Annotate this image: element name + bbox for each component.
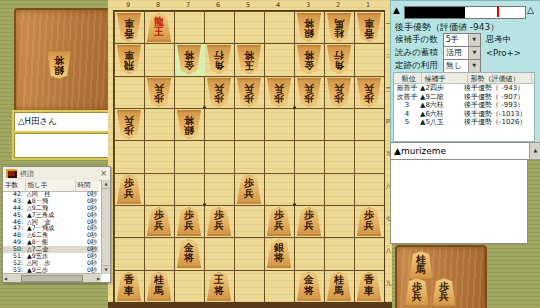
kifu-window: 棋譜 × 手数 指し手 時間 42:△同 桂0秒43:▲8一飛0秒44:△9二飛… xyxy=(2,166,111,283)
candidates-count-select[interactable]: 5手 ▼ xyxy=(443,33,481,47)
piece-kanji: 桂馬 xyxy=(334,275,345,301)
gekisashi-app: 銀将 △H田さん 987654321 一二三四五六七八九 香車龍王銀将桂馬香車飛… xyxy=(0,0,540,308)
file-label: 1 xyxy=(353,1,383,9)
piece-金将-sente[interactable]: 金将 xyxy=(176,239,202,268)
col-eval: 形勢（評価値） xyxy=(468,73,532,83)
file-label: 3 xyxy=(293,1,323,9)
chevron-down-icon[interactable]: ▼ xyxy=(468,34,480,46)
piece-kanji: 玉将 xyxy=(244,45,255,71)
piece-kanji: 銀将 xyxy=(304,13,315,39)
hoshi-dot xyxy=(203,106,206,109)
piece-銀将-gote[interactable]: 銀将 xyxy=(296,13,322,42)
piece-kanji: 歩兵 xyxy=(304,78,315,104)
control-candidates-label: 候補手の数 xyxy=(395,34,438,46)
piece-kanji: 香車 xyxy=(364,13,375,39)
col-extra xyxy=(532,73,534,83)
joseki-value: 無し xyxy=(444,60,468,72)
file-label: 9 xyxy=(113,1,143,9)
close-icon[interactable]: × xyxy=(100,170,107,178)
thinking-status: 思考中 xyxy=(486,34,512,46)
candidate-cell: 後手優勢（ -943） xyxy=(464,84,526,93)
candidate-row[interactable]: 4▲6六桂後手優勢（-1013） xyxy=(394,110,534,119)
piece-kanji: 歩兵 xyxy=(364,210,375,236)
piece-歩兵-sente[interactable]: 歩兵 xyxy=(146,207,172,236)
piece-kanji: 金将 xyxy=(304,275,315,301)
scroll-down-icon[interactable]: ▼ xyxy=(102,265,110,274)
sente-komadai: 桂馬歩兵歩兵 xyxy=(395,245,487,308)
candidate-table: 順位 候補手 形勢（評価値） 最善手▲2四歩後手優勢（ -943）次善手▲9二龍… xyxy=(393,72,535,142)
scroll-up-icon[interactable]: ▲ xyxy=(102,180,110,189)
piece-kanji: 桂馬 xyxy=(416,255,427,281)
candidate-cell: ▲8六桂 xyxy=(420,101,464,110)
piece-王将-sente[interactable]: 王将 xyxy=(206,272,232,301)
kifu-move-list[interactable]: 42:△同 桂0秒43:▲8一飛0秒44:△9二飛0秒45:▲7三角成0秒46:… xyxy=(3,191,99,274)
piece-銀将-gote[interactable]: 銀将 xyxy=(46,50,72,79)
sente-player-name: ▲murizeme xyxy=(390,142,533,160)
candidate-cell: 後手優勢（-1013） xyxy=(464,110,526,119)
candidate-cell: 4 xyxy=(394,110,420,119)
piece-kanji: 歩兵 xyxy=(334,78,345,104)
accumulate-select[interactable]: 活用 ▼ xyxy=(443,46,481,60)
candidate-cell: 最善手 xyxy=(394,84,420,93)
piece-歩兵-gote[interactable]: 歩兵 xyxy=(266,78,292,107)
piece-kanji: 歩兵 xyxy=(244,78,255,104)
piece-kanji: 歩兵 xyxy=(124,178,135,204)
piece-桂馬-sente[interactable]: 桂馬 xyxy=(408,251,434,280)
control-joseki-label: 定跡の利用 xyxy=(395,60,438,72)
piece-kanji: 歩兵 xyxy=(154,78,165,104)
piece-kanji: 金将 xyxy=(184,243,195,269)
hoshi-dot xyxy=(293,203,296,206)
piece-歩兵-gote[interactable]: 歩兵 xyxy=(356,78,382,107)
piece-銀将-gote[interactable]: 銀将 xyxy=(176,110,202,139)
kifu-hscroll-thumb[interactable] xyxy=(21,275,83,282)
piece-kanji: 歩兵 xyxy=(364,78,375,104)
piece-角行-gote[interactable]: 角行 xyxy=(206,45,232,74)
kifu-window-title: 棋譜 xyxy=(20,169,34,179)
file-label: 7 xyxy=(173,1,203,9)
candidate-cell: 後手優勢（ -907） xyxy=(464,93,526,102)
piece-kanji: 角行 xyxy=(334,45,345,71)
piece-香車-gote[interactable]: 香車 xyxy=(116,13,142,42)
piece-kanji: 歩兵 xyxy=(439,282,450,308)
scroll-right-icon[interactable]: ▶ xyxy=(97,276,100,281)
piece-kanji: 金将 xyxy=(304,45,315,71)
piece-kanji: 歩兵 xyxy=(154,210,165,236)
gote-mark-icon: △ xyxy=(527,5,534,16)
piece-kanji: 銀将 xyxy=(274,243,285,269)
piece-歩兵-sente[interactable]: 歩兵 xyxy=(176,207,202,236)
kifu-titlebar[interactable]: 棋譜 × xyxy=(3,167,110,181)
piece-kanji: 香車 xyxy=(124,275,135,301)
candidate-row[interactable]: 次善手▲9二龍後手優勢（ -907） xyxy=(394,93,534,102)
piece-kanji: 金将 xyxy=(184,45,195,71)
kifu-window-icon xyxy=(6,169,17,178)
piece-銀将-sente[interactable]: 銀将 xyxy=(266,239,292,268)
sente-mark-icon: ▲ xyxy=(393,5,400,16)
eval-bar-tick xyxy=(497,6,499,17)
piece-歩兵-gote[interactable]: 歩兵 xyxy=(296,78,322,107)
piece-kanji: 歩兵 xyxy=(184,210,195,236)
candidate-cell: 次善手 xyxy=(394,93,420,102)
candidate-cell: 3 xyxy=(394,101,420,110)
kifu-hscrollbar[interactable]: ◀ ▶ xyxy=(3,273,101,282)
piece-kanji: 歩兵 xyxy=(274,78,285,104)
kifu-col-time: 時間 xyxy=(76,180,100,191)
sente-player-name-label: ▲murizeme xyxy=(394,146,446,156)
control-candidates: 候補手の数 5手 ▼ 思考中 xyxy=(395,33,511,46)
eval-bar-fill xyxy=(405,7,465,18)
piece-歩兵-sente[interactable]: 歩兵 xyxy=(206,207,232,236)
piece-kanji: 歩兵 xyxy=(214,78,225,104)
kifu-col-num: 手数 xyxy=(3,180,26,191)
piece-歩兵-sente[interactable]: 歩兵 xyxy=(356,207,382,236)
candidate-cell: 5 xyxy=(394,118,420,127)
pv-output-panel xyxy=(390,159,528,244)
piece-kanji: 香車 xyxy=(124,13,135,39)
info-box-empty xyxy=(14,133,112,158)
control-joseki: 定跡の利用 無し ▼ xyxy=(395,59,486,72)
analysis-panel: ▲ △ 後手優勢（評価値 -943） 候補手の数 5手 ▼ 思考中 読みの蓄積 … xyxy=(390,0,540,143)
piece-kanji: 歩兵 xyxy=(274,210,285,236)
piece-桂馬-sente[interactable]: 桂馬 xyxy=(146,272,172,301)
shogi-board[interactable]: 香車龍王銀将桂馬香車飛車金将角行玉将金将角行歩兵歩兵歩兵歩兵歩兵歩兵歩兵歩兵銀将… xyxy=(113,10,385,303)
gote-player-name: △H田さん xyxy=(14,112,112,132)
chevron-down-icon[interactable]: ▼ xyxy=(468,60,480,72)
candidate-table-header: 順位 候補手 形勢（評価値） xyxy=(394,73,534,84)
piece-飛車-gote[interactable]: 飛車 xyxy=(116,45,142,74)
piece-kanji: 桂馬 xyxy=(334,13,345,39)
piece-香車-sente[interactable]: 香車 xyxy=(356,272,382,301)
candidates-count-value: 5手 xyxy=(444,34,468,46)
col-move: 候補手 xyxy=(422,73,468,83)
candidate-rows: 最善手▲2四歩後手優勢（ -943）次善手▲9二龍後手優勢（ -907）3▲8六… xyxy=(394,84,534,127)
piece-kanji: 歩兵 xyxy=(412,282,423,308)
candidate-cell: ▲2四歩 xyxy=(420,84,464,93)
piece-kanji: 龍王 xyxy=(154,17,165,43)
control-accumulate-label: 読みの蓄積 xyxy=(395,47,438,59)
piece-歩兵-sente[interactable]: 歩兵 xyxy=(236,175,262,204)
piece-kanji: 王将 xyxy=(214,275,225,301)
hoshi-dot xyxy=(293,106,296,109)
file-label: 8 xyxy=(143,1,173,9)
piece-玉将-gote[interactable]: 玉将 xyxy=(236,45,262,74)
candidate-cell: 後手優勢（-1026） xyxy=(464,118,526,127)
candidate-cell: ▲9二龍 xyxy=(420,93,464,102)
piece-桂馬-gote[interactable]: 桂馬 xyxy=(326,13,352,42)
piece-歩兵-gote[interactable]: 歩兵 xyxy=(326,78,352,107)
joseki-select[interactable]: 無し ▼ xyxy=(443,59,481,73)
eval-bar xyxy=(404,6,526,19)
file-label: 2 xyxy=(323,1,353,9)
control-accumulate: 読みの蓄積 活用 ▼ <Pro+> xyxy=(395,46,521,59)
board-bottom-edge xyxy=(108,302,392,308)
piece-歩兵-sente[interactable]: 歩兵 xyxy=(296,207,322,236)
piece-kanji: 歩兵 xyxy=(244,178,255,204)
piece-kanji: 銀将 xyxy=(54,50,65,76)
piece-香車-gote[interactable]: 香車 xyxy=(356,13,382,42)
piece-歩兵-gote[interactable]: 歩兵 xyxy=(236,78,262,107)
piece-kanji: 歩兵 xyxy=(214,210,225,236)
piece-歩兵-gote[interactable]: 歩兵 xyxy=(206,78,232,107)
piece-歩兵-gote[interactable]: 歩兵 xyxy=(146,78,172,107)
file-label: 4 xyxy=(263,1,293,9)
piece-歩兵-gote[interactable]: 歩兵 xyxy=(116,110,142,139)
piece-香車-sente[interactable]: 香車 xyxy=(116,272,142,301)
accumulate-value: 活用 xyxy=(444,47,468,59)
board-frame: 987654321 一二三四五六七八九 香車龍王銀将桂馬香車飛車金将角行玉将金将… xyxy=(108,0,392,308)
piece-金将-gote[interactable]: 金将 xyxy=(296,45,322,74)
rank-label: 八 xyxy=(385,247,392,254)
gote-komadai: 銀将 xyxy=(14,8,112,112)
chevron-down-icon[interactable]: ▼ xyxy=(468,47,480,59)
piece-kanji: 角行 xyxy=(214,45,225,71)
piece-歩兵-sente[interactable]: 歩兵 xyxy=(116,175,142,204)
piece-歩兵-sente[interactable]: 歩兵 xyxy=(404,278,430,307)
gote-player-name-label: △H田さん xyxy=(18,116,57,128)
candidate-cell: ▲6六桂 xyxy=(420,110,464,119)
scroll-up-button[interactable]: ▲ xyxy=(529,142,540,160)
piece-金将-sente[interactable]: 金将 xyxy=(296,272,322,301)
candidate-row[interactable]: 3▲8六桂後手優勢（ -993） xyxy=(394,101,534,110)
piece-角行-gote[interactable]: 角行 xyxy=(326,45,352,74)
candidate-cell: ▲5八玉 xyxy=(420,118,464,127)
piece-kanji: 歩兵 xyxy=(304,210,315,236)
file-label: 5 xyxy=(233,1,263,9)
candidate-cell: 後手優勢（ -993） xyxy=(464,101,526,110)
piece-kanji: 桂馬 xyxy=(154,275,165,301)
piece-kanji: 銀将 xyxy=(184,110,195,136)
rank-label: 九 xyxy=(385,280,392,287)
candidate-row[interactable]: 最善手▲2四歩後手優勢（ -943） xyxy=(394,84,534,93)
file-label: 6 xyxy=(203,1,233,9)
hoshi-dot xyxy=(203,203,206,206)
piece-歩兵-sente[interactable]: 歩兵 xyxy=(266,207,292,236)
col-rank: 順位 xyxy=(394,73,422,83)
piece-kanji: 歩兵 xyxy=(124,110,135,136)
engine-level: <Pro+> xyxy=(486,48,521,58)
piece-歩兵-sente[interactable]: 歩兵 xyxy=(431,278,457,307)
candidate-row[interactable]: 5▲5八玉後手優勢（-1026） xyxy=(394,118,534,127)
piece-龍王-sente[interactable]: 龍王 xyxy=(146,13,172,42)
piece-kanji: 飛車 xyxy=(124,45,135,71)
piece-kanji: 香車 xyxy=(364,275,375,301)
kifu-col-move: 指し手 xyxy=(26,180,76,191)
kifu-vscrollbar[interactable]: ▲ ▼ xyxy=(101,180,110,274)
piece-桂馬-sente[interactable]: 桂馬 xyxy=(326,272,352,301)
scroll-left-icon[interactable]: ◀ xyxy=(4,276,7,281)
